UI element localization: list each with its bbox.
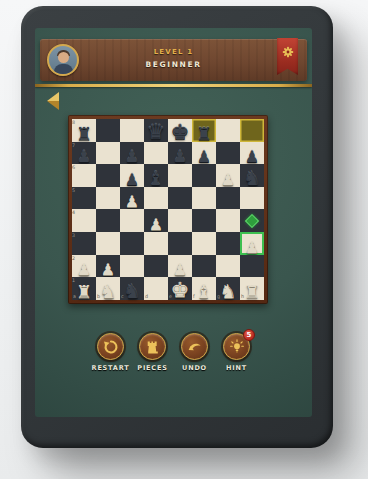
rank-label: 4 xyxy=(72,210,75,215)
rank-label: 3 xyxy=(72,233,75,238)
piece-wP-c5[interactable]: ♟ xyxy=(125,194,139,210)
board-frame: 8♜♛♚♜7♟♟♟♟♟6♟♝♟♞5♟4♟3♟2♟♟♟1a♜b♞c♞de♚f♝g♞… xyxy=(68,115,268,304)
avatar[interactable] xyxy=(47,44,79,76)
pieces-label: PIECES xyxy=(133,364,172,372)
square-f3[interactable] xyxy=(192,232,216,255)
square-a1[interactable]: 1a♜ xyxy=(72,277,96,300)
hint-icon xyxy=(229,339,245,355)
square-h6[interactable]: ♞ xyxy=(240,164,264,187)
square-h1[interactable]: h♜ xyxy=(240,277,264,300)
hint-badge: 5 xyxy=(243,329,255,341)
file-label: f xyxy=(193,294,195,299)
toolbar: RESTART PIECES UNDO xyxy=(35,333,312,372)
square-e5[interactable] xyxy=(168,187,192,210)
square-g3[interactable] xyxy=(216,232,240,255)
level-label: LEVEL 1 xyxy=(40,48,307,56)
square-c4[interactable] xyxy=(120,209,144,232)
square-a5[interactable]: 5 xyxy=(72,187,96,210)
undo-label: UNDO xyxy=(175,364,214,372)
back-button[interactable] xyxy=(44,91,62,111)
square-c6[interactable]: ♟ xyxy=(120,164,144,187)
square-e1[interactable]: e♚ xyxy=(168,277,192,300)
square-g5[interactable] xyxy=(216,187,240,210)
undo-button-circle xyxy=(181,333,208,360)
piece-bR-f8[interactable]: ♜ xyxy=(196,125,212,143)
square-f2[interactable] xyxy=(192,255,216,278)
square-b1[interactable]: b♞ xyxy=(96,277,120,300)
square-f8[interactable]: ♜ xyxy=(192,119,216,142)
piece-wP-a2[interactable]: ♟ xyxy=(77,262,91,278)
piece-wR-a1[interactable]: ♜ xyxy=(76,283,92,301)
undo-button[interactable]: UNDO xyxy=(175,333,214,372)
piece-wP-b2[interactable]: ♟ xyxy=(101,262,115,278)
square-a7[interactable]: 7♟ xyxy=(72,142,96,165)
header-divider xyxy=(35,84,312,87)
square-h3[interactable]: ♟ xyxy=(240,232,264,255)
rank-label: 1 xyxy=(72,278,75,283)
rank-label: 2 xyxy=(72,256,75,261)
square-e2[interactable]: ♟ xyxy=(168,255,192,278)
piece-wK-e1[interactable]: ♚ xyxy=(171,280,190,301)
square-d8[interactable]: ♛ xyxy=(144,119,168,142)
piece-bP-c6[interactable]: ♟ xyxy=(125,172,139,188)
chess-board: 8♜♛♚♜7♟♟♟♟♟6♟♝♟♞5♟4♟3♟2♟♟♟1a♜b♞c♞de♚f♝g♞… xyxy=(72,119,264,300)
square-e6[interactable] xyxy=(168,164,192,187)
square-g8[interactable] xyxy=(216,119,240,142)
square-e3[interactable] xyxy=(168,232,192,255)
square-f4[interactable] xyxy=(192,209,216,232)
avatar-face xyxy=(58,52,69,63)
square-a3[interactable]: 3 xyxy=(72,232,96,255)
square-e4[interactable] xyxy=(168,209,192,232)
pieces-icon xyxy=(145,339,161,355)
hint-label: HINT xyxy=(217,364,256,372)
piece-wB-f1[interactable]: ♝ xyxy=(195,282,212,301)
square-b7[interactable] xyxy=(96,142,120,165)
piece-bP-h7[interactable]: ♟ xyxy=(245,149,259,165)
app-screen: LEVEL 1 BEGINNER xyxy=(35,28,312,417)
avatar-body xyxy=(54,64,73,76)
square-e7[interactable]: ♟ xyxy=(168,142,192,165)
rank-label: 6 xyxy=(72,165,75,170)
square-g4[interactable] xyxy=(216,209,240,232)
piece-bP-c7[interactable]: ♟ xyxy=(125,149,139,165)
piece-wN-g1[interactable]: ♞ xyxy=(219,282,236,301)
square-h7[interactable]: ♟ xyxy=(240,142,264,165)
square-f1[interactable]: f♝ xyxy=(192,277,216,300)
header-bar: LEVEL 1 BEGINNER xyxy=(40,39,307,81)
restart-label: RESTART xyxy=(91,364,130,372)
piece-bR-a8[interactable]: ♜ xyxy=(76,125,92,143)
square-d3[interactable] xyxy=(144,232,168,255)
piece-bN-c1[interactable]: ♞ xyxy=(123,282,140,301)
piece-wR-h1[interactable]: ♜ xyxy=(244,283,260,301)
square-d1[interactable]: d xyxy=(144,277,168,300)
hint-button[interactable]: 5 HINT xyxy=(217,333,256,372)
rank-label: 5 xyxy=(72,188,75,193)
rank-label: 7 xyxy=(72,143,75,148)
piece-wN-b1[interactable]: ♞ xyxy=(99,282,116,301)
restart-button-circle xyxy=(97,333,124,360)
square-b5[interactable] xyxy=(96,187,120,210)
square-d6[interactable]: ♝ xyxy=(144,164,168,187)
square-f7[interactable]: ♟ xyxy=(192,142,216,165)
square-g1[interactable]: g♞ xyxy=(216,277,240,300)
square-a8[interactable]: 8♜ xyxy=(72,119,96,142)
square-d4[interactable]: ♟ xyxy=(144,209,168,232)
square-e8[interactable]: ♚ xyxy=(168,119,192,142)
restart-button[interactable]: RESTART xyxy=(91,333,130,372)
back-icon xyxy=(44,91,62,111)
square-c8[interactable] xyxy=(120,119,144,142)
restart-icon xyxy=(103,339,119,355)
square-h2[interactable] xyxy=(240,255,264,278)
square-a4[interactable]: 4 xyxy=(72,209,96,232)
square-c7[interactable]: ♟ xyxy=(120,142,144,165)
square-b2[interactable]: ♟ xyxy=(96,255,120,278)
piece-wP-g6[interactable]: ♟ xyxy=(221,172,235,188)
piece-bP-e7[interactable]: ♟ xyxy=(173,149,187,165)
square-c3[interactable] xyxy=(120,232,144,255)
settings-button[interactable] xyxy=(277,38,298,75)
file-label: d xyxy=(145,294,148,299)
difficulty-label: BEGINNER xyxy=(40,60,307,69)
square-g7[interactable] xyxy=(216,142,240,165)
square-h4[interactable] xyxy=(240,209,264,232)
square-f5[interactable] xyxy=(192,187,216,210)
rank-label: 8 xyxy=(72,120,75,125)
square-d5[interactable] xyxy=(144,187,168,210)
square-c1[interactable]: c♞ xyxy=(120,277,144,300)
square-b6[interactable] xyxy=(96,164,120,187)
pieces-button[interactable]: PIECES xyxy=(133,333,172,372)
piece-bN-h6[interactable]: ♞ xyxy=(243,169,260,188)
gear-icon xyxy=(281,45,295,59)
piece-bK-e8[interactable]: ♚ xyxy=(171,122,190,143)
square-h5[interactable] xyxy=(240,187,264,210)
level-info: LEVEL 1 BEGINNER xyxy=(40,48,307,69)
undo-icon xyxy=(187,339,203,355)
tablet-device: LEVEL 1 BEGINNER xyxy=(21,6,333,448)
piece-wP-d4[interactable]: ♟ xyxy=(149,217,163,233)
square-d7[interactable] xyxy=(144,142,168,165)
square-c2[interactable] xyxy=(120,255,144,278)
square-b3[interactable] xyxy=(96,232,120,255)
square-c5[interactable]: ♟ xyxy=(120,187,144,210)
piece-bB-d6[interactable]: ♝ xyxy=(147,169,164,188)
piece-wP-e2[interactable]: ♟ xyxy=(173,262,187,278)
square-f6[interactable] xyxy=(192,164,216,187)
square-b4[interactable] xyxy=(96,209,120,232)
square-h8[interactable] xyxy=(240,119,264,142)
piece-bP-a7[interactable]: ♟ xyxy=(77,149,91,165)
square-g2[interactable] xyxy=(216,255,240,278)
piece-bP-f7[interactable]: ♟ xyxy=(197,149,211,165)
square-a6[interactable]: 6 xyxy=(72,164,96,187)
pieces-button-circle xyxy=(139,333,166,360)
square-a2[interactable]: 2♟ xyxy=(72,255,96,278)
square-g6[interactable]: ♟ xyxy=(216,164,240,187)
square-b8[interactable] xyxy=(96,119,120,142)
piece-bQ-d8[interactable]: ♛ xyxy=(147,122,166,143)
hint-target-marker xyxy=(245,214,259,228)
piece-wP-h3[interactable]: ♟ xyxy=(245,240,259,256)
square-d2[interactable] xyxy=(144,255,168,278)
